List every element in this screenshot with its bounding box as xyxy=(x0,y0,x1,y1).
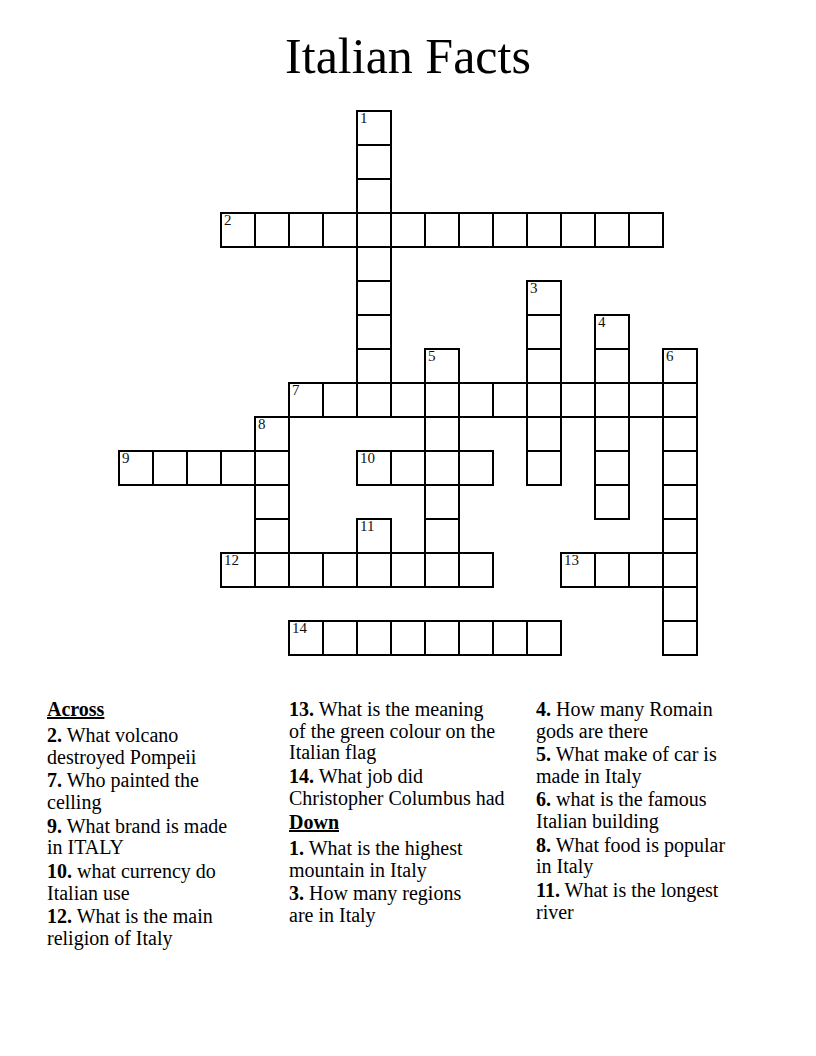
clue-9-across: 9. What brand is made in ITALY xyxy=(47,816,237,859)
page-title: Italian Facts xyxy=(0,30,816,82)
cell-number: 5 xyxy=(428,348,436,365)
cell-number: 8 xyxy=(258,416,266,433)
grid-cell[interactable] xyxy=(424,484,460,520)
cell-number: 2 xyxy=(224,212,232,229)
grid-cell[interactable] xyxy=(424,620,460,656)
clue-number: 4. xyxy=(536,698,551,720)
clue-number: 9. xyxy=(47,815,62,837)
grid-cell[interactable] xyxy=(458,552,494,588)
grid-cell[interactable] xyxy=(220,450,256,486)
grid-cell[interactable] xyxy=(288,552,324,588)
clue-number: 5. xyxy=(536,743,551,765)
clue-3-down: 3. How many regions are in Italy xyxy=(289,883,482,926)
grid-cell[interactable] xyxy=(560,382,596,418)
grid-cell[interactable] xyxy=(424,382,460,418)
grid-cell[interactable] xyxy=(560,212,596,248)
grid-cell[interactable] xyxy=(390,552,426,588)
grid-cell[interactable]: 7 xyxy=(288,382,324,418)
clue-number: 6. xyxy=(536,788,551,810)
grid-cell[interactable] xyxy=(424,416,460,452)
grid-cell[interactable] xyxy=(458,382,494,418)
grid-cell[interactable] xyxy=(322,382,358,418)
grid-cell[interactable] xyxy=(356,246,392,282)
clue-number: 11. xyxy=(536,879,560,901)
grid-cell[interactable] xyxy=(662,450,698,486)
cell-number: 10 xyxy=(360,450,375,467)
grid-cell[interactable] xyxy=(322,620,358,656)
grid-cell[interactable] xyxy=(662,620,698,656)
clue-14-across: 14. What job did Christopher Columbus ha… xyxy=(289,766,505,809)
clues-column-3: 4. How many Romain gods are there5. What… xyxy=(536,699,736,925)
grid-cell[interactable] xyxy=(152,450,188,486)
cell-number: 4 xyxy=(598,314,606,331)
cell-number: 14 xyxy=(292,620,307,637)
grid-cell[interactable] xyxy=(594,212,630,248)
grid-cell[interactable] xyxy=(424,518,460,554)
grid-cell[interactable] xyxy=(424,552,460,588)
grid-cell[interactable] xyxy=(526,382,562,418)
clue-1-down: 1. What is the highest mountain in Italy xyxy=(289,838,505,881)
clue-2-across: 2. What volcano destroyed Pompeii xyxy=(47,725,237,768)
grid-cell[interactable] xyxy=(526,314,562,350)
grid-cell[interactable] xyxy=(492,382,528,418)
grid-cell[interactable] xyxy=(424,212,460,248)
grid-cell[interactable] xyxy=(458,450,494,486)
cell-number: 6 xyxy=(666,348,674,365)
grid-cell[interactable] xyxy=(356,620,392,656)
grid-cell[interactable] xyxy=(662,586,698,622)
cell-number: 13 xyxy=(564,552,579,569)
grid-cell[interactable] xyxy=(526,450,562,486)
grid-cell[interactable] xyxy=(628,382,664,418)
clue-11-down: 11. What is the longest river xyxy=(536,880,736,923)
cell-number: 12 xyxy=(224,552,239,569)
clue-4-down: 4. How many Romain gods are there xyxy=(536,699,736,742)
clue-10-across: 10. what currency do Italian use xyxy=(47,861,237,904)
cell-number: 11 xyxy=(360,518,374,535)
grid-cell[interactable] xyxy=(356,144,392,180)
grid-cell[interactable] xyxy=(254,212,290,248)
clue-13-across: 13. What is the meaning of the green col… xyxy=(289,699,505,764)
grid-cell[interactable] xyxy=(458,212,494,248)
cell-number: 3 xyxy=(530,280,538,297)
cell-number: 1 xyxy=(360,110,368,127)
grid-cell[interactable] xyxy=(594,450,630,486)
clue-number: 13. xyxy=(289,698,314,720)
grid-cell[interactable] xyxy=(662,484,698,520)
clue-12-across: 12. What is the main religion of Italy xyxy=(47,906,237,949)
grid-cell[interactable] xyxy=(356,314,392,350)
cell-number: 7 xyxy=(292,382,300,399)
clues-column-2: 13. What is the meaning of the green col… xyxy=(289,699,505,928)
clues-column-1: Across2. What volcano destroyed Pompeii7… xyxy=(47,699,237,951)
grid-cell[interactable] xyxy=(288,212,324,248)
grid-cell[interactable] xyxy=(492,620,528,656)
grid-cell[interactable] xyxy=(662,518,698,554)
grid-cell[interactable] xyxy=(594,416,630,452)
grid-cell[interactable] xyxy=(662,416,698,452)
grid-cell[interactable] xyxy=(390,382,426,418)
grid-cell[interactable] xyxy=(356,348,392,384)
grid-cell[interactable] xyxy=(390,212,426,248)
grid-cell[interactable] xyxy=(390,620,426,656)
crossword-grid: 1234567891011121314 xyxy=(118,110,698,656)
grid-cell[interactable]: 8 xyxy=(254,416,290,452)
clue-number: 12. xyxy=(47,905,72,927)
grid-cell[interactable]: 12 xyxy=(220,552,256,588)
grid-cell[interactable] xyxy=(526,348,562,384)
grid-cell[interactable] xyxy=(390,450,426,486)
grid-cell[interactable] xyxy=(254,518,290,554)
clue-number: 3. xyxy=(289,882,304,904)
grid-cell[interactable] xyxy=(356,382,392,418)
crossword-page: Italian Facts 1234567891011121314 Across… xyxy=(0,0,816,1056)
cell-number: 9 xyxy=(122,450,130,467)
clue-number: 1. xyxy=(289,837,304,859)
down-header: Down xyxy=(289,812,505,834)
grid-cell[interactable]: 13 xyxy=(560,552,596,588)
grid-cell[interactable] xyxy=(662,552,698,588)
grid-cell[interactable] xyxy=(254,450,290,486)
grid-cell[interactable]: 10 xyxy=(356,450,392,486)
grid-cell[interactable]: 11 xyxy=(356,518,392,554)
grid-cell[interactable] xyxy=(458,620,494,656)
grid-cell[interactable] xyxy=(322,552,358,588)
clue-number: 2. xyxy=(47,724,62,746)
grid-cell[interactable] xyxy=(186,450,222,486)
grid-cell[interactable]: 9 xyxy=(118,450,154,486)
clue-number: 7. xyxy=(47,769,62,791)
grid-cell[interactable] xyxy=(492,212,528,248)
clue-number: 14. xyxy=(289,765,314,787)
clue-6-down: 6. what is the famous Italian building xyxy=(536,789,736,832)
grid-cell[interactable] xyxy=(662,382,698,418)
grid-cell[interactable] xyxy=(594,484,630,520)
clue-number: 10. xyxy=(47,860,72,882)
grid-cell[interactable]: 2 xyxy=(220,212,256,248)
grid-cell[interactable]: 1 xyxy=(356,110,392,146)
grid-cell[interactable] xyxy=(322,212,358,248)
grid-cell[interactable]: 6 xyxy=(662,348,698,384)
grid-cell[interactable] xyxy=(356,552,392,588)
clue-8-down: 8. What food is popular in Italy xyxy=(536,835,736,878)
grid-cell[interactable]: 14 xyxy=(288,620,324,656)
clue-5-down: 5. What make of car is made in Italy xyxy=(536,744,736,787)
grid-cell[interactable] xyxy=(628,212,664,248)
grid-cell[interactable]: 5 xyxy=(424,348,460,384)
grid-cell[interactable] xyxy=(424,450,460,486)
grid-cell[interactable] xyxy=(356,212,392,248)
grid-cell[interactable] xyxy=(594,552,630,588)
grid-cell[interactable] xyxy=(628,552,664,588)
grid-cell[interactable] xyxy=(356,178,392,214)
grid-cell[interactable] xyxy=(594,382,630,418)
grid-cell[interactable] xyxy=(254,484,290,520)
clue-7-across: 7. Who painted the celling xyxy=(47,770,237,813)
across-header: Across xyxy=(47,699,237,721)
grid-cell[interactable] xyxy=(594,348,630,384)
grid-cell[interactable] xyxy=(526,212,562,248)
clue-number: 8. xyxy=(536,834,551,856)
grid-cell[interactable] xyxy=(254,552,290,588)
grid-cell[interactable]: 3 xyxy=(526,280,562,316)
grid-cell[interactable] xyxy=(526,620,562,656)
grid-cell[interactable] xyxy=(526,416,562,452)
grid-cell[interactable]: 4 xyxy=(594,314,630,350)
grid-cell[interactable] xyxy=(356,280,392,316)
